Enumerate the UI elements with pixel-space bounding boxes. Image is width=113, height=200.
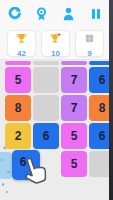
board-cell[interactable] xyxy=(33,67,59,93)
tile-value: 5 xyxy=(71,157,78,171)
trophy-icon xyxy=(16,30,27,48)
board-cell[interactable]: 5 xyxy=(61,123,87,149)
board-cell[interactable]: 6 xyxy=(33,123,59,149)
best-value: 10 xyxy=(51,49,60,58)
board-cell[interactable]: 5 xyxy=(61,151,87,177)
block-icon xyxy=(84,30,95,48)
tile-value: 2 xyxy=(15,129,22,143)
blocks-value: 9 xyxy=(87,49,91,58)
player-icon[interactable] xyxy=(62,7,75,21)
sparkle xyxy=(3,146,7,149)
stats-row: 42 10 9 xyxy=(7,30,104,57)
board-cell[interactable]: 5 xyxy=(5,67,31,93)
sparkle xyxy=(6,191,8,193)
tile-value: 6 xyxy=(99,129,106,143)
tile-value: 8 xyxy=(15,101,22,115)
board-cell[interactable]: 2 xyxy=(5,123,31,149)
blocks-card: 9 xyxy=(75,30,104,57)
tile-value: 5 xyxy=(15,73,22,87)
board-cell[interactable]: 8 xyxy=(5,95,31,121)
tile-value: 7 xyxy=(71,101,78,115)
game-screen: 42 10 9 xyxy=(0,0,113,200)
restart-icon[interactable] xyxy=(8,7,21,21)
score-value: 42 xyxy=(17,49,26,58)
score-card: 42 xyxy=(7,30,36,57)
partial-tile xyxy=(61,61,87,65)
partial-tile xyxy=(5,61,31,65)
sparkle xyxy=(1,159,3,161)
trophy-record-icon xyxy=(50,30,61,48)
board-cell[interactable] xyxy=(33,95,59,121)
tile-value: 6 xyxy=(43,129,50,143)
board-cell[interactable]: 7 xyxy=(61,67,87,93)
best-card: 10 xyxy=(41,30,70,57)
board-cell[interactable]: 7 xyxy=(61,95,87,121)
tile-value: 6 xyxy=(99,73,106,87)
partial-tile xyxy=(33,61,59,65)
sparkle xyxy=(1,183,4,187)
medal-icon[interactable] xyxy=(35,7,48,21)
tile-value: 7 xyxy=(71,73,78,87)
toolbar xyxy=(0,0,110,27)
screen-edge-strip xyxy=(109,0,113,200)
incoming-tile xyxy=(0,152,12,179)
pause-icon[interactable] xyxy=(89,7,102,21)
tile-value: 8 xyxy=(99,101,106,115)
tile-value: 5 xyxy=(71,129,78,143)
hand-cursor-icon xyxy=(18,152,56,197)
